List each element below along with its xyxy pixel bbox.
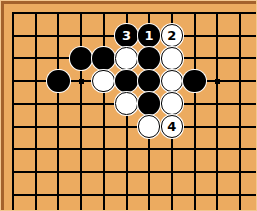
intersection: 3 [115,24,138,47]
intersection [115,70,138,93]
star-point [70,70,93,93]
intersection [138,70,161,93]
intersection [47,70,70,93]
white-stone [92,70,115,93]
white-stone [115,47,138,70]
intersection: 1 [138,24,161,47]
white-stone [161,70,184,93]
intersection: 4 [160,115,183,138]
black-stone [92,47,115,70]
go-diagram: 3124 [0,0,257,211]
black-stone [70,47,93,70]
move-number: 2 [167,29,176,42]
black-stone [138,70,161,93]
black-stone-move-3: 3 [115,24,138,47]
intersection [138,115,161,138]
intersection [92,70,115,93]
move-number: 3 [122,29,131,42]
black-stone-move-1: 1 [138,24,161,47]
go-board: 3124 [2,2,252,206]
black-stone [183,70,206,93]
intersection [160,47,183,70]
star-point [206,70,229,93]
intersection [70,47,93,70]
black-stone [47,70,70,93]
intersection: 2 [160,24,183,47]
white-stone [115,92,138,115]
white-stone [161,92,184,115]
black-stone [138,47,161,70]
white-stone [138,115,161,138]
star-point-dot [215,79,220,84]
intersection [115,47,138,70]
move-number: 4 [167,120,176,133]
intersection [115,92,138,115]
move-number: 1 [145,29,154,42]
white-stone-move-2: 2 [161,24,184,47]
star-point-dot [79,79,84,84]
intersection [138,47,161,70]
intersection [92,47,115,70]
white-stone [161,47,184,70]
intersection [138,92,161,115]
white-stone-move-4: 4 [161,115,184,138]
intersection [183,70,206,93]
black-stone [138,92,161,115]
intersection [160,70,183,93]
intersection [160,92,183,115]
black-stone [115,70,138,93]
